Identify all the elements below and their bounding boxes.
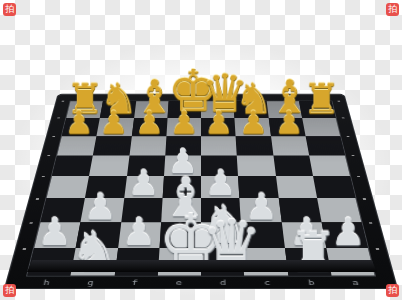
silver-pawn[interactable]: ♟ xyxy=(117,212,159,250)
gold-pawn[interactable]: ♟ xyxy=(131,106,166,138)
square-a5[interactable] xyxy=(309,155,350,176)
square-b7[interactable]: ♟ xyxy=(268,118,305,136)
square-g7[interactable]: ♟ xyxy=(97,118,134,136)
square-b4[interactable] xyxy=(276,176,317,198)
file-label-e: e xyxy=(157,279,201,287)
square-d6[interactable] xyxy=(201,136,237,155)
board-front-edge xyxy=(27,260,377,272)
gold-pawn[interactable]: ♟ xyxy=(201,106,236,138)
silver-pawn[interactable]: ♟ xyxy=(123,165,162,200)
file-labels: hgfedcba xyxy=(23,277,379,288)
square-b5[interactable] xyxy=(273,155,313,176)
file-label-f: f xyxy=(112,279,157,287)
square-c6[interactable] xyxy=(236,136,273,155)
chess-board: ♜♞♝♚♛♞♝♜♟♟♟♟♟♟♟♟♟♟♟♝♟♟♟♞♟♟♞♚♛♜ hgfedcba xyxy=(4,94,398,289)
square-c7[interactable]: ♟ xyxy=(235,118,271,136)
watermark-badge: 拍 xyxy=(3,3,16,16)
gold-pawn[interactable]: ♟ xyxy=(166,106,201,138)
square-f4[interactable]: ♟ xyxy=(124,176,164,198)
gold-rook[interactable]: ♜ xyxy=(302,78,336,120)
square-b6[interactable] xyxy=(271,136,309,155)
file-label-c: c xyxy=(245,279,290,287)
square-h6[interactable] xyxy=(57,136,97,155)
square-f7[interactable]: ♟ xyxy=(131,118,167,136)
watermark-badge: 拍 xyxy=(386,284,399,297)
square-h5[interactable] xyxy=(52,155,93,176)
square-a4[interactable] xyxy=(313,176,356,198)
gold-pawn[interactable]: ♟ xyxy=(96,106,131,138)
square-a6[interactable] xyxy=(305,136,345,155)
photo-scene: ♜♞♝♚♛♞♝♜♟♟♟♟♟♟♟♟♟♟♟♝♟♟♟♞♟♟♞♚♛♜ hgfedcba xyxy=(0,0,402,300)
file-label-g: g xyxy=(68,279,113,287)
file-label-d: d xyxy=(201,279,245,287)
gold-pawn[interactable]: ♟ xyxy=(236,106,271,138)
gold-pawn[interactable]: ♟ xyxy=(271,106,306,138)
square-f2[interactable]: ♟ xyxy=(118,222,161,248)
file-label-h: h xyxy=(23,279,69,287)
file-label-a: a xyxy=(333,279,379,287)
board-grid: ♜♞♝♚♛♞♝♜♟♟♟♟♟♟♟♟♟♟♟♝♟♟♟♞♟♟♞♚♛♜ xyxy=(26,101,376,277)
watermark-badge: 拍 xyxy=(3,284,16,297)
gold-pawn[interactable]: ♟ xyxy=(61,106,96,138)
square-f6[interactable] xyxy=(129,136,166,155)
square-c5[interactable] xyxy=(237,155,276,176)
square-e7[interactable]: ♟ xyxy=(166,118,201,136)
square-g6[interactable] xyxy=(93,136,131,155)
square-a7[interactable] xyxy=(302,118,340,136)
square-d7[interactable]: ♟ xyxy=(201,118,236,136)
file-label-b: b xyxy=(289,279,334,287)
watermark-badge: 拍 xyxy=(386,3,399,16)
square-h7[interactable]: ♟ xyxy=(62,118,100,136)
